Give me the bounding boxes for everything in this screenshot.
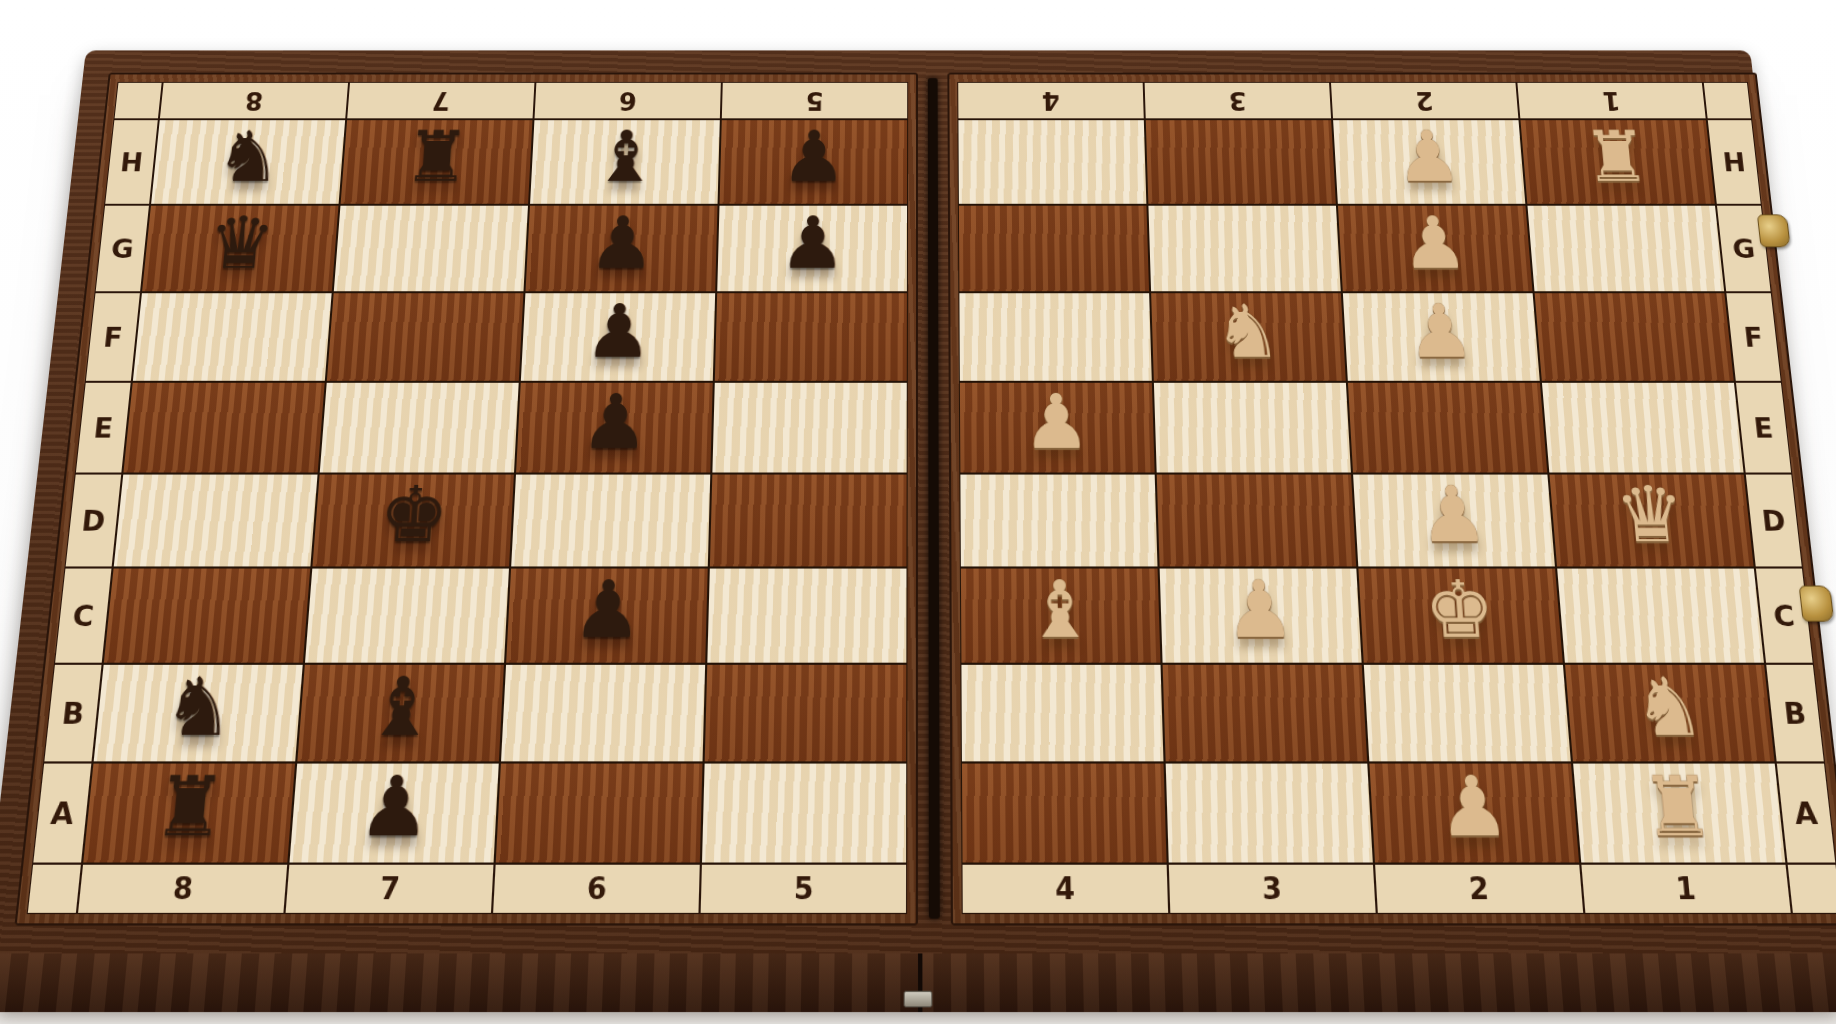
piece-white-P-g2[interactable]: ♟ [1338,207,1531,279]
piece-black-P-h5[interactable]: ♟ [720,121,907,191]
square-e7[interactable] [319,382,520,474]
piece-black-P-g5[interactable]: ♟ [718,207,907,279]
square-e3[interactable] [1153,382,1352,474]
square-d4[interactable] [959,474,1158,568]
square-e8[interactable] [122,382,325,474]
square-d6[interactable] [510,474,711,568]
square-f1[interactable] [1534,292,1735,382]
piece-white-B-c4[interactable]: ♝ [961,570,1160,649]
piece-black-P-g6[interactable]: ♟ [526,207,717,279]
square-a4[interactable] [961,762,1168,863]
square-b5[interactable] [704,664,908,763]
rank-label-2: 2 [1374,864,1584,914]
rank-label-5: 5 [721,82,908,119]
piece-black-K-d7[interactable]: ♚ [314,476,514,553]
rank-label-7: 7 [284,864,494,914]
piece-black-B-b7[interactable]: ♝ [298,666,503,747]
piece-white-R-h1[interactable]: ♜ [1521,121,1714,191]
square-h2[interactable]: ♟ [1332,119,1526,204]
rank-label-8: 8 [159,82,349,119]
square-f2[interactable]: ♟ [1342,292,1541,382]
piece-white-N-f3[interactable]: ♞ [1151,294,1345,368]
square-b1[interactable]: ♞ [1564,664,1776,763]
rank-label-8: 8 [77,864,288,914]
square-g6[interactable]: ♟ [524,205,718,292]
folding-chess-board: 8765H♞♜♝♟G♛♟♟F♟E♟D♚C♟B♞♝A♜♟8765 4321♟♜H♟… [0,50,1836,953]
piece-black-P-c6[interactable]: ♟ [507,570,708,649]
rank-label-3: 3 [1144,82,1332,119]
square-g2[interactable]: ♟ [1337,205,1534,292]
border-corner-cell [113,82,162,119]
square-a6[interactable] [495,762,704,863]
square-b3[interactable] [1162,664,1369,763]
board-front-edge [0,953,1836,1012]
piece-black-R-h7[interactable]: ♜ [342,121,533,191]
square-f6[interactable]: ♟ [520,292,716,382]
square-c1[interactable] [1556,568,1765,664]
hinge-icon [904,991,933,1007]
piece-white-P-d2[interactable]: ♟ [1353,476,1554,553]
square-a2[interactable]: ♟ [1368,762,1580,863]
piece-white-P-h2[interactable]: ♟ [1333,121,1524,191]
rank-label-3: 3 [1168,864,1377,914]
square-h1[interactable]: ♜ [1519,119,1715,204]
piece-white-P-e4[interactable]: ♟ [960,384,1154,459]
piece-black-R-a8[interactable]: ♜ [85,765,295,848]
board-right-half: 4321♟♜H♟G♞♟F♟E♟♛D♝♟♚C♞B♟♜A4321 [947,73,1836,926]
piece-black-N-b8[interactable]: ♞ [95,666,302,747]
board-left-half: 8765H♞♜♝♟G♛♟♟F♟E♟D♚C♟B♞♝A♜♟8765 [14,73,918,926]
square-d3[interactable] [1156,474,1358,568]
square-a7[interactable]: ♟ [288,762,500,863]
square-g5[interactable]: ♟ [716,205,908,292]
piece-white-P-c3[interactable]: ♟ [1160,570,1361,649]
square-c3[interactable]: ♟ [1159,568,1363,664]
square-h5[interactable]: ♟ [719,119,909,204]
square-b8[interactable]: ♞ [92,664,303,763]
border-corner-cell [27,864,82,914]
brass-clasp-icon [1757,215,1791,248]
chess-set-scene: 8765H♞♜♝♟G♛♟♟F♟E♟D♚C♟B♞♝A♜♟8765 4321♟♜H♟… [0,50,1836,1012]
square-c2[interactable]: ♚ [1357,568,1564,664]
square-a1[interactable]: ♜ [1572,762,1787,863]
rank-label-6: 6 [492,864,701,914]
square-f5[interactable] [714,292,908,382]
square-h3[interactable] [1145,119,1337,204]
square-e6[interactable]: ♟ [515,382,714,474]
square-h6[interactable]: ♝ [529,119,721,204]
rank-label-1: 1 [1516,82,1706,119]
piece-black-N-h8[interactable]: ♞ [152,121,345,191]
file-label-H: H [1707,119,1762,204]
square-c8[interactable] [103,568,312,664]
square-g7[interactable] [333,205,529,292]
rank-label-4: 4 [957,82,1145,119]
square-g1[interactable] [1526,205,1725,292]
square-e1[interactable] [1541,382,1745,474]
border-corner-cell [1787,864,1836,914]
square-b4[interactable] [960,664,1164,763]
piece-white-P-f2[interactable]: ♟ [1343,294,1539,368]
square-a5[interactable] [701,762,907,863]
piece-white-P-a2[interactable]: ♟ [1369,765,1577,848]
piece-white-Q-d1[interactable]: ♛ [1550,476,1753,553]
square-d1[interactable]: ♛ [1548,474,1754,568]
square-e5[interactable] [711,382,907,474]
square-g8[interactable]: ♛ [141,205,340,292]
square-b6[interactable] [500,664,706,763]
square-e2[interactable] [1347,382,1549,474]
square-c5[interactable] [706,568,907,664]
piece-black-B-h6[interactable]: ♝ [531,121,720,191]
square-e4[interactable]: ♟ [959,382,1156,474]
square-g3[interactable] [1147,205,1341,292]
rank-label-7: 7 [346,82,535,119]
square-c4[interactable]: ♝ [960,568,1162,664]
rank-label-2: 2 [1330,82,1519,119]
square-a8[interactable]: ♜ [82,762,296,863]
file-label-D: D [1745,474,1803,568]
piece-white-N-b1[interactable]: ♞ [1565,666,1773,747]
square-d7[interactable]: ♚ [311,474,515,568]
piece-black-P-f6[interactable]: ♟ [522,294,716,368]
piece-black-P-a7[interactable]: ♟ [291,765,499,848]
file-label-F: F [1725,292,1782,382]
rank-label-4: 4 [961,864,1169,914]
square-c6[interactable]: ♟ [505,568,709,664]
rank-label-5: 5 [700,864,908,914]
square-d8[interactable] [113,474,319,568]
square-f8[interactable] [132,292,333,382]
brass-clasp-icon [1799,585,1835,621]
square-b2[interactable] [1363,664,1572,763]
square-d5[interactable] [709,474,908,568]
piece-white-K-c2[interactable]: ♚ [1358,570,1561,649]
square-d2[interactable]: ♟ [1352,474,1556,568]
square-f7[interactable] [326,292,525,382]
rank-label-1: 1 [1580,864,1792,914]
square-b7[interactable]: ♝ [296,664,505,763]
square-h4[interactable] [957,119,1147,204]
square-a3[interactable] [1165,762,1374,863]
square-f3[interactable]: ♞ [1150,292,1347,382]
square-h8[interactable]: ♞ [150,119,346,204]
square-g4[interactable] [958,205,1150,292]
rank-label-6: 6 [533,82,721,119]
square-f4[interactable] [958,292,1152,382]
piece-black-Q-g8[interactable]: ♛ [143,207,338,279]
piece-white-R-a1[interactable]: ♜ [1573,765,1784,848]
file-label-E: E [1735,382,1792,474]
square-h7[interactable]: ♜ [340,119,534,204]
fold-seam [928,78,940,918]
border-corner-cell [1703,82,1752,119]
square-c7[interactable] [304,568,510,664]
piece-black-P-e6[interactable]: ♟ [517,384,713,459]
